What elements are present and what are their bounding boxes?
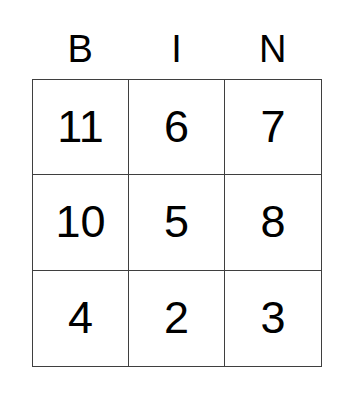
grid-cell-r2c2[interactable]: 3: [225, 271, 321, 366]
bingo-card: B I N 11 6 7 10 5 8 4 2 3: [0, 0, 353, 400]
column-header-b: B: [32, 24, 128, 74]
column-header-n: N: [225, 24, 321, 74]
grid-cell-r0c1[interactable]: 6: [129, 80, 225, 175]
column-header-i: I: [128, 24, 224, 74]
grid-cell-r2c0[interactable]: 4: [33, 271, 129, 366]
grid-cell-r1c2[interactable]: 8: [225, 175, 321, 270]
column-headers: B I N: [32, 24, 321, 74]
grid-cell-r1c0[interactable]: 10: [33, 175, 129, 270]
grid-cell-r0c0[interactable]: 11: [33, 80, 129, 175]
grid-cell-r1c1[interactable]: 5: [129, 175, 225, 270]
grid-cell-r2c1[interactable]: 2: [129, 271, 225, 366]
grid-cell-r0c2[interactable]: 7: [225, 80, 321, 175]
bingo-board: 11 6 7 10 5 8 4 2 3: [32, 79, 322, 367]
